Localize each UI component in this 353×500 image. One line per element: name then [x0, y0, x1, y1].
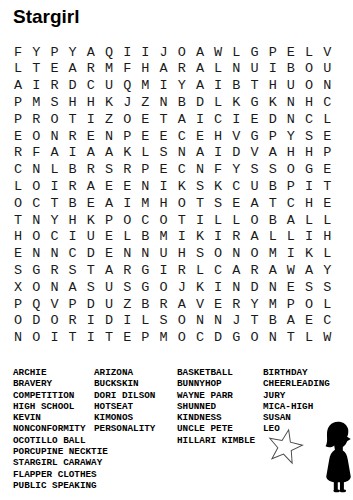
grid-cell: F	[27, 145, 45, 162]
grid-cell: A	[282, 313, 300, 330]
grid-cell: K	[209, 178, 227, 195]
word-list-item: BASKETBALL	[177, 367, 255, 378]
grid-cell: O	[300, 61, 318, 78]
grid-cell: L	[264, 229, 282, 246]
grid-cell: E	[9, 246, 27, 263]
grid-cell: A	[173, 296, 191, 313]
grid-cell: J	[173, 279, 191, 296]
grid-cell: H	[173, 246, 191, 263]
grid-cell: Y	[64, 44, 82, 61]
grid-cell: R	[173, 262, 191, 279]
grid-cell: N	[27, 162, 45, 179]
grid-cell: D	[191, 94, 209, 111]
grid-cell: E	[318, 162, 336, 179]
grid-cell: H	[136, 61, 154, 78]
grid-cell: L	[282, 229, 300, 246]
grid-cell: E	[300, 313, 318, 330]
word-list-item: BUCKSKIN	[94, 378, 155, 389]
grid-cell: T	[27, 61, 45, 78]
grid-cell: E	[318, 195, 336, 212]
grid-cell: E	[82, 195, 100, 212]
grid-cell: C	[209, 111, 227, 128]
grid-cell: P	[64, 296, 82, 313]
grid-cell: P	[136, 162, 154, 179]
grid-cell: Z	[100, 111, 118, 128]
puzzle-title: Stargirl	[13, 6, 80, 28]
grid-cell: O	[118, 212, 136, 229]
grid-cell: Y	[245, 296, 263, 313]
grid-cell: P	[45, 44, 63, 61]
grid-cell: M	[100, 61, 118, 78]
grid-cell: E	[9, 128, 27, 145]
grid-cell: N	[100, 128, 118, 145]
grid-cell: A	[227, 262, 245, 279]
word-list-item: PERSONALITY	[94, 423, 155, 434]
grid-cell: U	[100, 78, 118, 95]
grid-cell: M	[136, 78, 154, 95]
grid-cell: E	[100, 246, 118, 263]
grid-cell: P	[264, 128, 282, 145]
grid-cell: V	[227, 128, 245, 145]
grid-cell: U	[155, 246, 173, 263]
grid-cell: R	[82, 61, 100, 78]
grid-cell: A	[82, 145, 100, 162]
grid-cell: W	[209, 44, 227, 61]
grid-cell: G	[27, 262, 45, 279]
grid-cell: H	[64, 94, 82, 111]
grid-cell: O	[245, 212, 263, 229]
grid-cell: U	[282, 78, 300, 95]
grid-cell: N	[191, 313, 209, 330]
grid-cell: S	[82, 279, 100, 296]
grid-cell: N	[191, 162, 209, 179]
grid-cell: O	[245, 246, 263, 263]
grid-cell: L	[227, 212, 245, 229]
grid-cell: N	[155, 94, 173, 111]
grid-cell: N	[264, 279, 282, 296]
grid-cell: L	[9, 61, 27, 78]
grid-cell: U	[100, 296, 118, 313]
grid-cell: N	[282, 94, 300, 111]
grid-cell: H	[9, 229, 27, 246]
grid-cell: N	[45, 246, 63, 263]
grid-cell: O	[27, 279, 45, 296]
grid-cell: L	[45, 162, 63, 179]
grid-cell: A	[245, 195, 263, 212]
word-list-column: BASKETBALLBUNNYHOPWAYNE PARRSHUNNEDKINDN…	[177, 367, 255, 446]
grid-cell: C	[45, 229, 63, 246]
grid-cell: O	[209, 246, 227, 263]
grid-cell: T	[264, 195, 282, 212]
grid-cell: N	[173, 145, 191, 162]
grid-cell: V	[45, 296, 63, 313]
grid-cell: I	[64, 229, 82, 246]
grid-cell: O	[300, 78, 318, 95]
grid-cell: I	[191, 212, 209, 229]
grid-cell: A	[264, 145, 282, 162]
grid-cell: K	[100, 94, 118, 111]
grid-cell: I	[173, 229, 191, 246]
grid-cell: S	[209, 195, 227, 212]
grid-cell: I	[45, 178, 63, 195]
grid-cell: S	[191, 246, 209, 263]
grid-cell: M	[136, 195, 154, 212]
grid-cell: N	[45, 128, 63, 145]
grid-cell: C	[9, 162, 27, 179]
grid-cell: I	[136, 44, 154, 61]
grid-cell: H	[282, 145, 300, 162]
grid-cell: W	[318, 330, 336, 347]
grid-cell: U	[245, 61, 263, 78]
grid-cell: K	[82, 212, 100, 229]
word-list-item: STARGIRL CARAWAY	[13, 457, 108, 468]
grid-cell: N	[227, 279, 245, 296]
grid-cell: M	[155, 229, 173, 246]
grid-cell: O	[155, 212, 173, 229]
grid-cell: O	[173, 313, 191, 330]
grid-cell: D	[27, 313, 45, 330]
grid-cell: I	[64, 145, 82, 162]
grid-cell: C	[318, 94, 336, 111]
grid-cell: P	[9, 296, 27, 313]
grid-cell: I	[264, 61, 282, 78]
grid-cell: K	[300, 246, 318, 263]
grid-cell: E	[136, 111, 154, 128]
grid-cell: A	[191, 44, 209, 61]
grid-cell: O	[9, 195, 27, 212]
grid-cell: P	[136, 330, 154, 347]
word-list-item: SUSAN	[263, 412, 330, 423]
grid-cell: T	[45, 195, 63, 212]
word-list-item: CHEERLEADING	[263, 378, 330, 389]
grid-cell: O	[282, 162, 300, 179]
grid-cell: I	[227, 111, 245, 128]
grid-cell: O	[9, 313, 27, 330]
girl-silhouette	[324, 421, 353, 493]
grid-cell: L	[300, 44, 318, 61]
grid-cell: H	[82, 94, 100, 111]
grid-cell: N	[136, 178, 154, 195]
grid-cell: S	[191, 178, 209, 195]
grid-cell: P	[264, 44, 282, 61]
grid-cell: P	[9, 94, 27, 111]
grid-cell: F	[209, 162, 227, 179]
grid-cell: O	[45, 111, 63, 128]
grid-cell: R	[227, 296, 245, 313]
grid-cell: E	[282, 44, 300, 61]
grid-cell: O	[245, 330, 263, 347]
grid-cell: L	[9, 178, 27, 195]
grid-cell: U	[318, 61, 336, 78]
grid-cell: T	[64, 330, 82, 347]
grid-cell: O	[173, 44, 191, 61]
grid-cell: G	[136, 279, 154, 296]
grid-cell: D	[82, 246, 100, 263]
grid-cell: E	[82, 128, 100, 145]
grid-cell: B	[227, 78, 245, 95]
grid-cell: X	[9, 279, 27, 296]
grid-cell: Z	[136, 94, 154, 111]
grid-cell: S	[155, 313, 173, 330]
grid-cell: A	[282, 212, 300, 229]
grid-cell: K	[191, 279, 209, 296]
grid-cell: H	[300, 145, 318, 162]
word-list-item: MICA-HIGH	[263, 401, 330, 412]
grid-cell: U	[100, 279, 118, 296]
grid-cell: N	[318, 78, 336, 95]
grid-cell: C	[27, 195, 45, 212]
grid-cell: B	[264, 313, 282, 330]
grid-cell: R	[64, 128, 82, 145]
grid-cell: N	[9, 330, 27, 347]
grid-cell: E	[118, 178, 136, 195]
grid-cell: E	[118, 330, 136, 347]
grid-cell: H	[264, 78, 282, 95]
grid-cell: B	[282, 61, 300, 78]
grid-cell: N	[264, 330, 282, 347]
grid-cell: T	[282, 330, 300, 347]
grid-cell: K	[191, 229, 209, 246]
grid-cell: L	[318, 296, 336, 313]
grid-cell: Y	[27, 44, 45, 61]
grid-cell: L	[318, 246, 336, 263]
grid-cell: B	[64, 195, 82, 212]
grid-cell: G	[245, 44, 263, 61]
word-list-item: HOTSEAT	[94, 401, 155, 412]
grid-cell: L	[300, 212, 318, 229]
grid-cell: Z	[118, 296, 136, 313]
grid-cell: H	[155, 195, 173, 212]
grid-cell: H	[64, 212, 82, 229]
grid-cell: R	[118, 262, 136, 279]
grid-cell: C	[82, 78, 100, 95]
grid-cell: J	[155, 44, 173, 61]
grid-cell: T	[64, 111, 82, 128]
grid-cell: T	[9, 212, 27, 229]
grid-cell: L	[227, 44, 245, 61]
grid-cell: D	[100, 313, 118, 330]
word-list-item: SHUNNED	[177, 401, 255, 412]
grid-cell: R	[173, 61, 191, 78]
grid-cell: M	[264, 296, 282, 313]
grid-cell: N	[118, 246, 136, 263]
grid-cell: A	[82, 44, 100, 61]
grid-cell: O	[118, 111, 136, 128]
grid-cell: S	[64, 262, 82, 279]
grid-cell: T	[318, 178, 336, 195]
grid-cell: O	[300, 296, 318, 313]
grid-cell: S	[155, 145, 173, 162]
grid-cell: R	[245, 262, 263, 279]
grid-cell: A	[64, 279, 82, 296]
grid-cell: D	[245, 279, 263, 296]
grid-cell: O	[27, 128, 45, 145]
grid-cell: I	[209, 279, 227, 296]
grid-cell: R	[118, 162, 136, 179]
grid-cell: O	[45, 313, 63, 330]
grid-cell: Y	[45, 212, 63, 229]
grid-cell: T	[191, 195, 209, 212]
grid-cell: S	[9, 262, 27, 279]
grid-cell: H	[300, 195, 318, 212]
grid-cell: L	[191, 262, 209, 279]
grid-cell: N	[27, 246, 45, 263]
grid-cell: K	[118, 145, 136, 162]
grid-cell: I	[82, 330, 100, 347]
grid-cell: D	[82, 296, 100, 313]
grid-cell: C	[191, 330, 209, 347]
grid-cell: A	[100, 145, 118, 162]
grid-cell: I	[300, 178, 318, 195]
grid-cell: E	[282, 279, 300, 296]
grid-cell: R	[155, 296, 173, 313]
grid-cell: G	[245, 128, 263, 145]
grid-cell: P	[118, 128, 136, 145]
grid-cell: M	[155, 330, 173, 347]
grid-cell: A	[173, 111, 191, 128]
grid-cell: H	[300, 94, 318, 111]
grid-cell: T	[100, 330, 118, 347]
grid-cell: T	[245, 313, 263, 330]
grid-cell: C	[318, 313, 336, 330]
grid-cell: C	[300, 111, 318, 128]
grid-cell: D	[64, 78, 82, 95]
grid-cell: B	[136, 229, 154, 246]
grid-cell: G	[300, 162, 318, 179]
grid-cell: F	[9, 44, 27, 61]
grid-cell: C	[209, 262, 227, 279]
grid-cell: L	[209, 94, 227, 111]
grid-cell: I	[300, 229, 318, 246]
grid-cell: S	[45, 94, 63, 111]
grid-cell: Y	[318, 262, 336, 279]
grid-cell: B	[173, 94, 191, 111]
grid-cell: A	[64, 61, 82, 78]
grid-cell: F	[118, 61, 136, 78]
grid-cell: Q	[118, 78, 136, 95]
grid-cell: R	[27, 111, 45, 128]
grid-cell: E	[155, 162, 173, 179]
word-search-grid: FYPYAQIIJOAWLGPELVLTEARMFHARALNUIBOUAIRD…	[9, 44, 336, 346]
grid-cell: P	[282, 296, 300, 313]
grid-cell: I	[155, 262, 173, 279]
grid-cell: E	[245, 111, 263, 128]
grid-cell: I	[209, 145, 227, 162]
grid-cell: T	[245, 78, 263, 95]
grid-cell: A	[82, 178, 100, 195]
grid-cell: A	[245, 229, 263, 246]
word-list-item: FLAPPER CLOTHES	[13, 469, 108, 480]
word-list-column: ARIZONABUCKSKINDORI DILSONHOTSEATKIMONOS…	[94, 367, 155, 435]
word-list-item: KINDNESS	[177, 412, 255, 423]
grid-cell: C	[136, 212, 154, 229]
grid-cell: V	[318, 44, 336, 61]
grid-cell: H	[209, 128, 227, 145]
grid-cell: L	[136, 313, 154, 330]
grid-cell: T	[82, 262, 100, 279]
grid-cell: T	[155, 111, 173, 128]
grid-cell: A	[191, 78, 209, 95]
grid-cell: M	[27, 94, 45, 111]
grid-cell: C	[64, 246, 82, 263]
word-list-item: HILLARI KIMBLE	[177, 435, 255, 446]
grid-cell: K	[227, 94, 245, 111]
grid-cell: R	[64, 313, 82, 330]
grid-cell: C	[227, 178, 245, 195]
word-list-item: ARIZONA	[94, 367, 155, 378]
grid-cell: E	[191, 128, 209, 145]
grid-cell: I	[209, 78, 227, 95]
grid-cell: I	[118, 44, 136, 61]
grid-cell: S	[264, 162, 282, 179]
grid-cell: I	[282, 246, 300, 263]
grid-cell: R	[64, 178, 82, 195]
grid-cell: W	[282, 262, 300, 279]
grid-cell: O	[27, 178, 45, 195]
grid-cell: L	[300, 330, 318, 347]
word-list-item: PUBLIC SPEAKING	[13, 480, 108, 491]
star-icon	[262, 425, 308, 469]
grid-cell: O	[173, 330, 191, 347]
grid-cell: L	[118, 229, 136, 246]
grid-cell: E	[318, 128, 336, 145]
worksheet-page: Stargirl FYPYAQIIJOAWLGPELVLTEARMFHARALN…	[0, 0, 353, 500]
grid-cell: E	[45, 61, 63, 78]
word-list-item: WAYNE PARR	[177, 390, 255, 401]
grid-cell: E	[227, 195, 245, 212]
grid-cell: S	[245, 162, 263, 179]
grid-cell: I	[191, 111, 209, 128]
grid-cell: O	[27, 229, 45, 246]
grid-cell: P	[282, 178, 300, 195]
grid-cell: L	[136, 145, 154, 162]
grid-cell: P	[9, 111, 27, 128]
grid-cell: R	[45, 78, 63, 95]
grid-cell: Y	[282, 128, 300, 145]
grid-cell: I	[155, 78, 173, 95]
grid-cell: A	[191, 61, 209, 78]
grid-cell: E	[100, 229, 118, 246]
grid-cell: S	[300, 279, 318, 296]
grid-cell: D	[209, 330, 227, 347]
grid-cell: R	[227, 229, 245, 246]
word-list-item: OCOTILLO BALL	[13, 435, 108, 446]
grid-cell: C	[173, 162, 191, 179]
grid-cell: J	[227, 313, 245, 330]
grid-cell: E	[155, 128, 173, 145]
grid-cell: V	[191, 296, 209, 313]
grid-cell: N	[227, 61, 245, 78]
grid-cell: B	[264, 212, 282, 229]
grid-cell: I	[82, 111, 100, 128]
grid-cell: Q	[27, 296, 45, 313]
grid-cell: H	[318, 229, 336, 246]
grid-cell: N	[136, 246, 154, 263]
grid-cell: B	[136, 296, 154, 313]
grid-cell: Y	[227, 162, 245, 179]
grid-cell: C	[282, 195, 300, 212]
grid-cell: S	[118, 279, 136, 296]
word-list-item: PORCUPINE NECKTIE	[13, 446, 108, 457]
grid-cell: P	[318, 145, 336, 162]
grid-cell: L	[209, 61, 227, 78]
grid-cell: S	[318, 279, 336, 296]
grid-cell: U	[82, 229, 100, 246]
grid-cell: N	[45, 279, 63, 296]
grid-cell: D	[227, 145, 245, 162]
word-list-item: KIMONOS	[94, 412, 155, 423]
grid-cell: A	[45, 145, 63, 162]
